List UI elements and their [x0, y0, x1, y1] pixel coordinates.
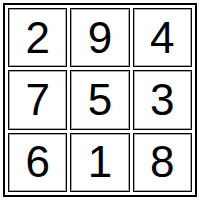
magic-square-grid: 2 9 4 7 5 3 6 1 8	[8, 8, 192, 192]
cell-r0c0: 2	[8, 8, 67, 67]
cell-r1c0: 7	[8, 70, 67, 129]
cell-r2c0: 6	[8, 133, 67, 192]
cell-r1c2: 3	[133, 70, 192, 129]
cell-r1c1: 5	[70, 70, 129, 129]
magic-square-board: 2 9 4 7 5 3 6 1 8	[0, 0, 200, 200]
cell-r2c2: 8	[133, 133, 192, 192]
cell-r0c2: 4	[133, 8, 192, 67]
board-outer-frame: 2 9 4 7 5 3 6 1 8	[3, 3, 197, 197]
cell-r2c1: 1	[70, 133, 129, 192]
cell-r0c1: 9	[70, 8, 129, 67]
